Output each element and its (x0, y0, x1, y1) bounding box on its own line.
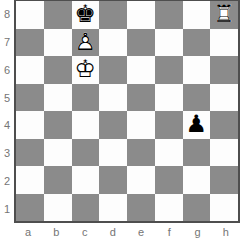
square-h3[interactable] (210, 139, 238, 167)
square-b4[interactable] (44, 111, 72, 139)
file-label-h: h (212, 223, 240, 240)
square-f4[interactable] (155, 111, 183, 139)
square-h7[interactable] (210, 29, 238, 57)
square-a1[interactable] (16, 194, 44, 222)
square-d7[interactable] (99, 29, 127, 57)
square-f5[interactable] (155, 84, 183, 112)
rank-labels: 87654321 (0, 0, 14, 223)
black-king[interactable]: ♚ (72, 1, 98, 28)
square-d5[interactable] (99, 84, 127, 112)
square-b1[interactable] (44, 194, 72, 222)
rank-label-5: 5 (0, 84, 14, 112)
square-g3[interactable] (183, 139, 211, 167)
square-h5[interactable] (210, 84, 238, 112)
square-a5[interactable] (16, 84, 44, 112)
chess-diagram: 87654321 ♚♜♖♟♙♚♔♟ abcdefgh (0, 0, 240, 240)
rank-label-1: 1 (0, 195, 14, 223)
square-g4[interactable]: ♟ (183, 111, 211, 139)
square-f7[interactable] (155, 29, 183, 57)
file-labels: abcdefgh (14, 223, 240, 240)
square-e4[interactable] (127, 111, 155, 139)
square-h2[interactable] (210, 166, 238, 194)
file-label-c: c (71, 223, 99, 240)
square-e2[interactable] (127, 166, 155, 194)
file-label-e: e (127, 223, 155, 240)
rank-label-7: 7 (0, 28, 14, 56)
square-h1[interactable] (210, 194, 238, 222)
square-a6[interactable] (16, 56, 44, 84)
black-king-icon: ♚ (72, 1, 98, 28)
black-pawn[interactable]: ♟ (183, 111, 209, 138)
square-f2[interactable] (155, 166, 183, 194)
file-label-f: f (155, 223, 183, 240)
square-a4[interactable] (16, 111, 44, 139)
square-b8[interactable] (44, 1, 72, 29)
square-d8[interactable] (99, 1, 127, 29)
square-a8[interactable] (16, 1, 44, 29)
file-label-g: g (184, 223, 212, 240)
square-e1[interactable] (127, 194, 155, 222)
rank-label-4: 4 (0, 112, 14, 140)
square-g5[interactable] (183, 84, 211, 112)
square-e3[interactable] (127, 139, 155, 167)
square-f1[interactable] (155, 194, 183, 222)
white-pawn-icon: ♙ (72, 29, 98, 56)
white-pawn[interactable]: ♟♙ (72, 29, 98, 56)
square-e7[interactable] (127, 29, 155, 57)
rank-label-8: 8 (0, 0, 14, 28)
square-g8[interactable] (183, 1, 211, 29)
square-e8[interactable] (127, 1, 155, 29)
square-a7[interactable] (16, 29, 44, 57)
white-king[interactable]: ♚♔ (72, 56, 98, 83)
square-b2[interactable] (44, 166, 72, 194)
square-d1[interactable] (99, 194, 127, 222)
square-g1[interactable] (183, 194, 211, 222)
square-e5[interactable] (127, 84, 155, 112)
square-d3[interactable] (99, 139, 127, 167)
white-rook-icon: ♖ (211, 1, 237, 28)
square-c2[interactable] (72, 166, 100, 194)
square-g7[interactable] (183, 29, 211, 57)
rank-label-3: 3 (0, 139, 14, 167)
square-f8[interactable] (155, 1, 183, 29)
white-rook[interactable]: ♜♖ (211, 1, 237, 28)
square-c5[interactable] (72, 84, 100, 112)
square-c7[interactable]: ♟♙ (72, 29, 100, 57)
square-h8[interactable]: ♜♖ (210, 1, 238, 29)
square-g2[interactable] (183, 166, 211, 194)
file-label-d: d (99, 223, 127, 240)
square-b7[interactable] (44, 29, 72, 57)
square-d6[interactable] (99, 56, 127, 84)
rank-label-2: 2 (0, 167, 14, 195)
chess-board[interactable]: ♚♜♖♟♙♚♔♟ (14, 0, 240, 223)
square-c8[interactable]: ♚ (72, 1, 100, 29)
square-a3[interactable] (16, 139, 44, 167)
square-e6[interactable] (127, 56, 155, 84)
square-a2[interactable] (16, 166, 44, 194)
square-b5[interactable] (44, 84, 72, 112)
square-c3[interactable] (72, 139, 100, 167)
square-g6[interactable] (183, 56, 211, 84)
file-label-a: a (14, 223, 42, 240)
square-d2[interactable] (99, 166, 127, 194)
square-b3[interactable] (44, 139, 72, 167)
file-label-b: b (42, 223, 70, 240)
square-f3[interactable] (155, 139, 183, 167)
square-c1[interactable] (72, 194, 100, 222)
square-h4[interactable] (210, 111, 238, 139)
square-c6[interactable]: ♚♔ (72, 56, 100, 84)
square-c4[interactable] (72, 111, 100, 139)
square-h6[interactable] (210, 56, 238, 84)
square-d4[interactable] (99, 111, 127, 139)
square-f6[interactable] (155, 56, 183, 84)
black-pawn-icon: ♟ (183, 111, 209, 138)
square-b6[interactable] (44, 56, 72, 84)
white-king-icon: ♔ (72, 56, 98, 83)
rank-label-6: 6 (0, 56, 14, 84)
